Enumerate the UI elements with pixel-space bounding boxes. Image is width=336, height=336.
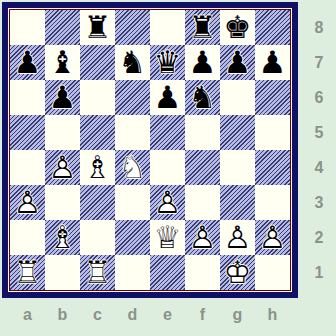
piece-fill-wR: ♜ (80, 255, 115, 290)
piece-bP[interactable]: ♟ (220, 45, 255, 80)
piece-bQ[interactable]: ♛ (150, 45, 185, 80)
square-a8[interactable] (10, 10, 45, 45)
square-f1[interactable] (185, 255, 220, 290)
square-d2[interactable] (115, 220, 150, 255)
square-a6[interactable] (10, 80, 45, 115)
rank-label-3: 3 (304, 185, 334, 220)
piece-wB[interactable]: ♗ (80, 150, 115, 185)
piece-bN[interactable]: ♞ (185, 80, 220, 115)
piece-bP[interactable]: ♟ (185, 45, 220, 80)
square-g6[interactable] (220, 80, 255, 115)
piece-bK[interactable]: ♚ (220, 10, 255, 45)
square-g3[interactable] (220, 185, 255, 220)
square-a5[interactable] (10, 115, 45, 150)
square-c8[interactable]: ♜ (80, 10, 115, 45)
rank-label-7: 7 (304, 45, 334, 80)
piece-wP[interactable]: ♙ (150, 185, 185, 220)
square-h6[interactable] (255, 80, 290, 115)
piece-wP[interactable]: ♙ (220, 220, 255, 255)
rank-label-6: 6 (304, 80, 334, 115)
file-label-a: a (10, 301, 45, 329)
square-f4[interactable] (185, 150, 220, 185)
chess-board-frame: ♜♜♚♟♝♞♛♟♟♟♟♟♞♟♙♝♗♞♘♟♙♟♙♝♗♛♕♟♙♟♙♟♙♜♖♜♖♚♔ (2, 2, 298, 298)
square-e2[interactable]: ♛♕ (150, 220, 185, 255)
square-c2[interactable] (80, 220, 115, 255)
chess-board[interactable]: ♜♜♚♟♝♞♛♟♟♟♟♟♞♟♙♝♗♞♘♟♙♟♙♝♗♛♕♟♙♟♙♟♙♜♖♜♖♚♔ (10, 10, 290, 290)
square-e6[interactable]: ♟ (150, 80, 185, 115)
square-e5[interactable] (150, 115, 185, 150)
piece-fill-wB: ♝ (80, 150, 115, 185)
square-b3[interactable] (45, 185, 80, 220)
square-b4[interactable]: ♟♙ (45, 150, 80, 185)
square-e8[interactable] (150, 10, 185, 45)
square-g5[interactable] (220, 115, 255, 150)
piece-bP[interactable]: ♟ (45, 80, 80, 115)
square-d8[interactable] (115, 10, 150, 45)
square-b5[interactable] (45, 115, 80, 150)
piece-wP[interactable]: ♙ (10, 185, 45, 220)
square-f7[interactable]: ♟ (185, 45, 220, 80)
piece-fill-wP: ♟ (185, 220, 220, 255)
file-label-h: h (255, 301, 290, 329)
square-e7[interactable]: ♛ (150, 45, 185, 80)
file-labels: abcdefgh (10, 301, 290, 329)
rank-label-5: 5 (304, 115, 334, 150)
piece-bR[interactable]: ♜ (80, 10, 115, 45)
piece-bB[interactable]: ♝ (45, 45, 80, 80)
square-d1[interactable] (115, 255, 150, 290)
square-a4[interactable] (10, 150, 45, 185)
square-h2[interactable]: ♟♙ (255, 220, 290, 255)
piece-fill-wP: ♟ (150, 185, 185, 220)
square-e1[interactable] (150, 255, 185, 290)
square-a2[interactable] (10, 220, 45, 255)
square-e3[interactable]: ♟♙ (150, 185, 185, 220)
piece-bP[interactable]: ♟ (150, 80, 185, 115)
square-a7[interactable]: ♟ (10, 45, 45, 80)
piece-wQ[interactable]: ♕ (150, 220, 185, 255)
piece-fill-wP: ♟ (220, 220, 255, 255)
chess-board-inner-frame: ♜♜♚♟♝♞♛♟♟♟♟♟♞♟♙♝♗♞♘♟♙♟♙♝♗♛♕♟♙♟♙♟♙♜♖♜♖♚♔ (9, 9, 291, 291)
square-f6[interactable]: ♞ (185, 80, 220, 115)
square-h1[interactable] (255, 255, 290, 290)
square-c3[interactable] (80, 185, 115, 220)
file-label-b: b (45, 301, 80, 329)
square-c5[interactable] (80, 115, 115, 150)
square-g4[interactable] (220, 150, 255, 185)
piece-fill-wP: ♟ (10, 185, 45, 220)
rank-labels: 87654321 (304, 10, 334, 290)
piece-wB[interactable]: ♗ (45, 220, 80, 255)
square-h3[interactable] (255, 185, 290, 220)
piece-bP[interactable]: ♟ (10, 45, 45, 80)
square-d6[interactable] (115, 80, 150, 115)
piece-wK[interactable]: ♔ (220, 255, 255, 290)
piece-fill-wB: ♝ (45, 220, 80, 255)
piece-fill-wN: ♞ (115, 150, 150, 185)
square-d4[interactable]: ♞♘ (115, 150, 150, 185)
rank-label-2: 2 (304, 220, 334, 255)
rank-label-4: 4 (304, 150, 334, 185)
piece-wN[interactable]: ♘ (115, 150, 150, 185)
square-b7[interactable]: ♝ (45, 45, 80, 80)
piece-fill-wP: ♟ (45, 150, 80, 185)
square-h7[interactable]: ♟ (255, 45, 290, 80)
square-a1[interactable]: ♜♖ (10, 255, 45, 290)
file-label-g: g (220, 301, 255, 329)
square-e4[interactable] (150, 150, 185, 185)
square-c1[interactable]: ♜♖ (80, 255, 115, 290)
square-g8[interactable]: ♚ (220, 10, 255, 45)
square-c4[interactable]: ♝♗ (80, 150, 115, 185)
square-d3[interactable] (115, 185, 150, 220)
square-f5[interactable] (185, 115, 220, 150)
piece-wR[interactable]: ♖ (10, 255, 45, 290)
square-f2[interactable]: ♟♙ (185, 220, 220, 255)
rank-label-1: 1 (304, 255, 334, 290)
square-d7[interactable]: ♞ (115, 45, 150, 80)
piece-bP[interactable]: ♟ (255, 45, 290, 80)
piece-wR[interactable]: ♖ (80, 255, 115, 290)
piece-wP[interactable]: ♙ (45, 150, 80, 185)
piece-fill-wR: ♜ (10, 255, 45, 290)
square-a3[interactable]: ♟♙ (10, 185, 45, 220)
square-b8[interactable] (45, 10, 80, 45)
page: { "game": "chess", "position": { "fen": … (0, 0, 336, 336)
square-f8[interactable]: ♜ (185, 10, 220, 45)
piece-fill-wQ: ♛ (150, 220, 185, 255)
piece-fill-wK: ♚ (220, 255, 255, 290)
piece-bR[interactable]: ♜ (185, 10, 220, 45)
square-g2[interactable]: ♟♙ (220, 220, 255, 255)
square-c7[interactable] (80, 45, 115, 80)
square-h5[interactable] (255, 115, 290, 150)
square-f3[interactable] (185, 185, 220, 220)
piece-fill-wP: ♟ (255, 220, 290, 255)
square-b6[interactable]: ♟ (45, 80, 80, 115)
square-c6[interactable] (80, 80, 115, 115)
file-label-c: c (80, 301, 115, 329)
piece-wP[interactable]: ♙ (255, 220, 290, 255)
square-b2[interactable]: ♝♗ (45, 220, 80, 255)
rank-label-8: 8 (304, 10, 334, 45)
square-g1[interactable]: ♚♔ (220, 255, 255, 290)
square-g7[interactable]: ♟ (220, 45, 255, 80)
square-b1[interactable] (45, 255, 80, 290)
piece-wP[interactable]: ♙ (185, 220, 220, 255)
square-d5[interactable] (115, 115, 150, 150)
piece-bN[interactable]: ♞ (115, 45, 150, 80)
file-label-f: f (185, 301, 220, 329)
file-label-e: e (150, 301, 185, 329)
square-h8[interactable] (255, 10, 290, 45)
square-h4[interactable] (255, 150, 290, 185)
file-label-d: d (115, 301, 150, 329)
